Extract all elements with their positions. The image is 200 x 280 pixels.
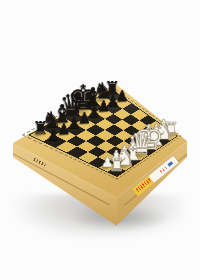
label-blue-mark xyxy=(167,160,173,166)
product-photo: ♜♞♝♛♚♝♞♜♟♟♟♟♟♟♟♟♟♟♟♟♟♟♟♟♜♞♝♛♚♝♞♜ xyxy=(0,0,200,280)
label-red-text-marks xyxy=(159,165,167,172)
